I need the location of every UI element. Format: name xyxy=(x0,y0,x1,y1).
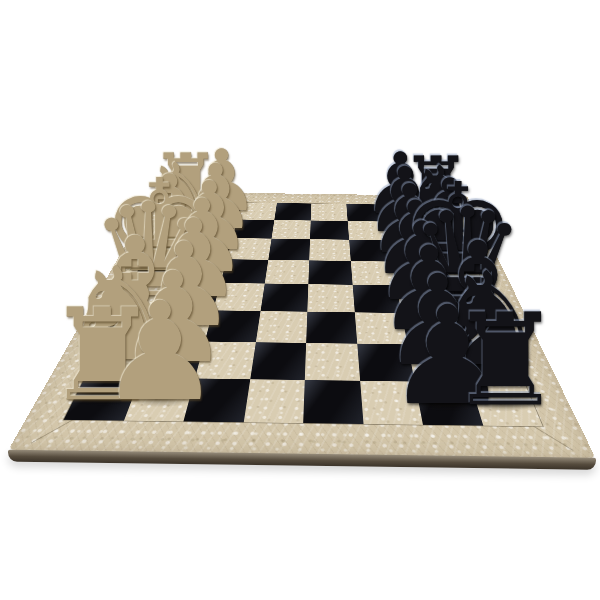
square-e3 xyxy=(220,259,268,283)
square-g3 xyxy=(232,219,274,238)
square-f2 xyxy=(186,238,233,260)
square-g8 xyxy=(421,222,466,241)
square-h2 xyxy=(201,202,242,219)
board-border xyxy=(8,192,596,459)
square-f8 xyxy=(426,241,474,263)
square-d5 xyxy=(307,284,354,312)
square-g7 xyxy=(384,221,426,240)
square-d6 xyxy=(352,285,401,313)
square-c4 xyxy=(255,311,307,343)
square-c5 xyxy=(306,311,357,343)
square-f7 xyxy=(388,240,433,262)
square-c8 xyxy=(449,313,509,345)
square-h7 xyxy=(381,205,421,222)
square-c2 xyxy=(154,309,213,341)
square-g6 xyxy=(347,221,387,240)
board-grid xyxy=(64,202,543,427)
square-h5 xyxy=(311,204,348,221)
square-h8 xyxy=(415,205,457,222)
square-b5 xyxy=(305,343,360,381)
photo-background: ♜♟♟♜♞♟♟♞♝♟♟♝♚♟♟♚♛♟♟♛♝♟♟♝♞♟♟♞♜♟♟♜ xyxy=(0,0,600,600)
square-h3 xyxy=(237,203,276,220)
square-e6 xyxy=(350,261,396,286)
chess-board xyxy=(8,192,596,459)
square-b6 xyxy=(357,344,415,382)
square-d3 xyxy=(213,283,264,311)
square-d4 xyxy=(260,284,308,312)
border-miter-seam xyxy=(31,417,77,443)
square-e4 xyxy=(264,260,309,284)
square-c6 xyxy=(354,312,407,344)
square-g2 xyxy=(194,219,238,238)
square-c3 xyxy=(205,310,260,342)
square-a5 xyxy=(303,380,363,424)
square-h6 xyxy=(346,204,384,221)
square-b3 xyxy=(195,342,255,379)
square-b4 xyxy=(250,342,306,379)
square-a6 xyxy=(360,380,423,424)
square-a8 xyxy=(469,382,542,426)
square-a3 xyxy=(183,378,249,422)
square-f5 xyxy=(309,239,350,261)
square-f3 xyxy=(227,238,271,260)
square-b8 xyxy=(458,345,524,383)
border-miter-seam xyxy=(529,423,573,450)
square-d8 xyxy=(440,286,495,314)
square-g5 xyxy=(310,220,349,239)
square-a4 xyxy=(243,379,304,423)
square-e2 xyxy=(176,259,226,283)
square-e8 xyxy=(433,262,484,287)
square-d2 xyxy=(166,282,220,310)
square-g4 xyxy=(271,220,310,239)
square-h4 xyxy=(274,203,311,220)
square-e5 xyxy=(308,260,352,285)
square-f4 xyxy=(268,239,310,261)
square-f6 xyxy=(349,240,392,262)
